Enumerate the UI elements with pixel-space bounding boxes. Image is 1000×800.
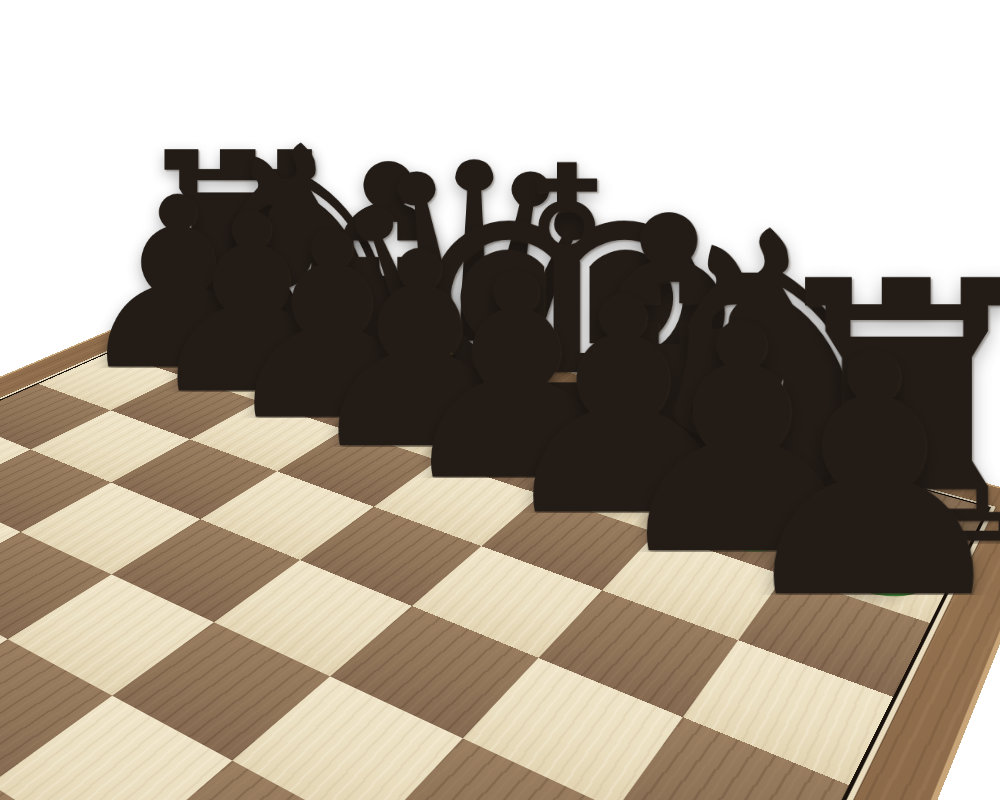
chess-set-photo: ♜♞♝♛♚♝♞♜♟♟♟♟♟♟♟♟ <box>0 0 1000 800</box>
square-e4 <box>214 560 412 676</box>
square-h7: ♟ <box>785 520 961 623</box>
chess-board: ♜♞♝♛♚♝♞♜♟♟♟♟♟♟♟♟ <box>0 280 1000 800</box>
board-scene: ♜♞♝♛♚♝♞♜♟♟♟♟♟♟♟♟ <box>0 0 1000 800</box>
playing-area: ♜♞♝♛♚♝♞♜♟♟♟♟♟♟♟♟ <box>0 298 987 800</box>
